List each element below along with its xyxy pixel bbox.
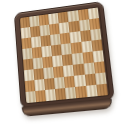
board-frame [14,1,115,109]
photo-background [0,0,128,128]
chess-board [19,7,108,103]
board-square [96,83,108,95]
chess-box [14,1,116,117]
